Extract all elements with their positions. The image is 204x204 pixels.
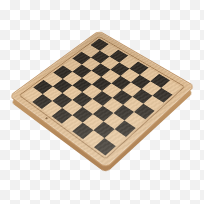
knot-mark: [45, 117, 48, 119]
board-grid: [23, 39, 181, 156]
game-board: [9, 30, 195, 168]
photo-background: [0, 0, 204, 204]
